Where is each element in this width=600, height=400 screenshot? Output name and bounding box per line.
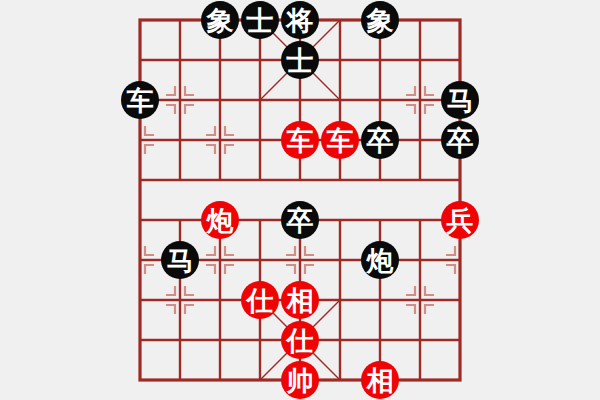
piece-black-horse[interactable]: 马	[441, 81, 479, 119]
piece-red-chariot[interactable]: 车	[281, 121, 319, 159]
piece-red-elephant[interactable]: 相	[281, 281, 319, 319]
piece-black-elephant[interactable]: 象	[361, 1, 399, 39]
piece-black-horse[interactable]: 马	[161, 241, 199, 279]
piece-red-general[interactable]: 帅	[281, 361, 319, 399]
piece-black-chariot[interactable]: 车	[121, 81, 159, 119]
piece-black-soldier[interactable]: 卒	[281, 201, 319, 239]
piece-red-soldier[interactable]: 兵	[441, 201, 479, 239]
piece-red-advisor[interactable]: 仕	[241, 281, 279, 319]
xiangqi-board: 象士将象士车马车车卒卒炮卒兵马炮仕相仕帅相	[0, 0, 600, 400]
piece-red-chariot[interactable]: 车	[321, 121, 359, 159]
piece-grid: 象士将象士车马车车卒卒炮卒兵马炮仕相仕帅相	[120, 0, 480, 400]
piece-red-advisor[interactable]: 仕	[281, 321, 319, 359]
piece-black-soldier[interactable]: 卒	[361, 121, 399, 159]
piece-black-elephant[interactable]: 象	[201, 1, 239, 39]
piece-red-elephant[interactable]: 相	[361, 361, 399, 399]
piece-black-general[interactable]: 将	[281, 1, 319, 39]
piece-black-cannon[interactable]: 炮	[361, 241, 399, 279]
piece-black-advisor[interactable]: 士	[241, 1, 279, 39]
piece-black-soldier[interactable]: 卒	[441, 121, 479, 159]
piece-red-cannon[interactable]: 炮	[201, 201, 239, 239]
piece-black-advisor[interactable]: 士	[281, 41, 319, 79]
